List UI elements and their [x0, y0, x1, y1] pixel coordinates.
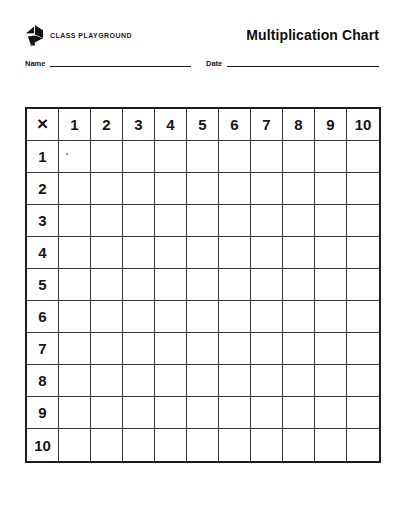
product-cell-6x3[interactable]	[123, 301, 155, 333]
product-cell-4x7[interactable]	[251, 237, 283, 269]
product-cell-8x9[interactable]	[315, 365, 347, 397]
product-cell-9x9[interactable]	[315, 397, 347, 429]
product-cell-1x1[interactable]	[59, 141, 91, 173]
row-header-2: 2	[27, 173, 59, 205]
product-cell-5x10[interactable]	[347, 269, 379, 301]
product-cell-1x9[interactable]	[315, 141, 347, 173]
product-cell-9x1[interactable]	[59, 397, 91, 429]
product-cell-8x5[interactable]	[187, 365, 219, 397]
product-cell-5x9[interactable]	[315, 269, 347, 301]
product-cell-2x4[interactable]	[155, 173, 187, 205]
row-header-5: 5	[27, 269, 59, 301]
worksheet-page: CLASS PLAYGROUND Multiplication Chart Na…	[0, 0, 400, 463]
row-header-8: 8	[27, 365, 59, 397]
grid-operator-cell: ×	[27, 109, 59, 141]
product-cell-10x4[interactable]	[155, 429, 187, 461]
column-header-3: 3	[123, 109, 155, 141]
product-cell-2x1[interactable]	[59, 173, 91, 205]
product-cell-7x9[interactable]	[315, 333, 347, 365]
brand-name: CLASS PLAYGROUND	[50, 32, 132, 39]
product-cell-5x2[interactable]	[91, 269, 123, 301]
product-cell-1x3[interactable]	[123, 141, 155, 173]
column-header-5: 5	[187, 109, 219, 141]
product-cell-1x5[interactable]	[187, 141, 219, 173]
product-cell-10x7[interactable]	[251, 429, 283, 461]
column-header-6: 6	[219, 109, 251, 141]
product-cell-5x6[interactable]	[219, 269, 251, 301]
product-cell-3x9[interactable]	[315, 205, 347, 237]
date-field: Date	[206, 57, 379, 67]
product-cell-6x5[interactable]	[187, 301, 219, 333]
product-cell-2x3[interactable]	[123, 173, 155, 205]
product-cell-1x10[interactable]	[347, 141, 379, 173]
row-header-3: 3	[27, 205, 59, 237]
date-input-line[interactable]	[227, 57, 379, 67]
product-cell-3x3[interactable]	[123, 205, 155, 237]
product-cell-8x7[interactable]	[251, 365, 283, 397]
product-cell-10x6[interactable]	[219, 429, 251, 461]
product-cell-10x5[interactable]	[187, 429, 219, 461]
product-cell-8x8[interactable]	[283, 365, 315, 397]
product-cell-3x4[interactable]	[155, 205, 187, 237]
product-cell-10x1[interactable]	[59, 429, 91, 461]
row-header-9: 9	[27, 397, 59, 429]
product-cell-2x9[interactable]	[315, 173, 347, 205]
name-label: Name	[25, 60, 45, 68]
product-cell-9x7[interactable]	[251, 397, 283, 429]
product-cell-4x2[interactable]	[91, 237, 123, 269]
product-cell-5x3[interactable]	[123, 269, 155, 301]
product-cell-4x1[interactable]	[59, 237, 91, 269]
name-field: Name	[25, 57, 191, 67]
product-cell-6x2[interactable]	[91, 301, 123, 333]
row-header-1: 1	[27, 141, 59, 173]
product-cell-2x6[interactable]	[219, 173, 251, 205]
column-header-9: 9	[315, 109, 347, 141]
column-header-4: 4	[155, 109, 187, 141]
product-cell-1x8[interactable]	[283, 141, 315, 173]
product-cell-5x8[interactable]	[283, 269, 315, 301]
stray-pencil-dot	[66, 153, 68, 155]
product-cell-8x10[interactable]	[347, 365, 379, 397]
product-cell-6x10[interactable]	[347, 301, 379, 333]
product-cell-9x8[interactable]	[283, 397, 315, 429]
product-cell-4x4[interactable]	[155, 237, 187, 269]
product-cell-3x2[interactable]	[91, 205, 123, 237]
product-cell-1x6[interactable]	[219, 141, 251, 173]
product-cell-1x7[interactable]	[251, 141, 283, 173]
row-header-6: 6	[27, 301, 59, 333]
product-cell-4x3[interactable]	[123, 237, 155, 269]
product-cell-7x10[interactable]	[347, 333, 379, 365]
brand-logo: CLASS PLAYGROUND	[25, 25, 132, 46]
product-cell-8x4[interactable]	[155, 365, 187, 397]
product-cell-2x5[interactable]	[187, 173, 219, 205]
product-cell-4x5[interactable]	[187, 237, 219, 269]
column-header-7: 7	[251, 109, 283, 141]
product-cell-5x4[interactable]	[155, 269, 187, 301]
product-cell-10x3[interactable]	[123, 429, 155, 461]
product-cell-3x5[interactable]	[187, 205, 219, 237]
column-header-8: 8	[283, 109, 315, 141]
product-cell-7x8[interactable]	[283, 333, 315, 365]
column-header-2: 2	[91, 109, 123, 141]
product-cell-6x7[interactable]	[251, 301, 283, 333]
product-cell-7x5[interactable]	[187, 333, 219, 365]
product-cell-9x3[interactable]	[123, 397, 155, 429]
product-cell-10x9[interactable]	[315, 429, 347, 461]
product-cell-9x10[interactable]	[347, 397, 379, 429]
product-cell-3x1[interactable]	[59, 205, 91, 237]
product-cell-4x6[interactable]	[219, 237, 251, 269]
product-cell-10x10[interactable]	[347, 429, 379, 461]
name-input-line[interactable]	[50, 57, 191, 67]
product-cell-2x10[interactable]	[347, 173, 379, 205]
product-cell-1x2[interactable]	[91, 141, 123, 173]
product-cell-3x6[interactable]	[219, 205, 251, 237]
name-date-row: Name Date	[25, 55, 379, 67]
date-label: Date	[206, 60, 222, 68]
product-cell-8x1[interactable]	[59, 365, 91, 397]
product-cell-8x2[interactable]	[91, 365, 123, 397]
product-cell-4x9[interactable]	[315, 237, 347, 269]
product-cell-3x7[interactable]	[251, 205, 283, 237]
row-header-4: 4	[27, 237, 59, 269]
product-cell-8x3[interactable]	[123, 365, 155, 397]
column-header-10: 10	[347, 109, 379, 141]
product-cell-2x2[interactable]	[91, 173, 123, 205]
product-cell-10x8[interactable]	[283, 429, 315, 461]
product-cell-8x6[interactable]	[219, 365, 251, 397]
product-cell-5x5[interactable]	[187, 269, 219, 301]
product-cell-9x2[interactable]	[91, 397, 123, 429]
product-cell-7x1[interactable]	[59, 333, 91, 365]
product-cell-7x4[interactable]	[155, 333, 187, 365]
product-cell-6x1[interactable]	[59, 301, 91, 333]
product-cell-5x7[interactable]	[251, 269, 283, 301]
product-cell-6x6[interactable]	[219, 301, 251, 333]
page-title: Multiplication Chart	[246, 27, 379, 43]
class-playground-logo-icon	[25, 25, 44, 46]
column-header-1: 1	[59, 109, 91, 141]
product-cell-10x2[interactable]	[91, 429, 123, 461]
row-header-7: 7	[27, 333, 59, 365]
product-cell-9x4[interactable]	[155, 397, 187, 429]
product-cell-9x6[interactable]	[219, 397, 251, 429]
product-cell-9x5[interactable]	[187, 397, 219, 429]
product-cell-3x10[interactable]	[347, 205, 379, 237]
product-cell-7x7[interactable]	[251, 333, 283, 365]
product-cell-3x8[interactable]	[283, 205, 315, 237]
multiplication-grid: ×1234567891012345678910	[25, 107, 381, 463]
header: CLASS PLAYGROUND Multiplication Chart	[25, 24, 379, 46]
product-cell-6x8[interactable]	[283, 301, 315, 333]
product-cell-1x4[interactable]	[155, 141, 187, 173]
product-cell-6x4[interactable]	[155, 301, 187, 333]
product-cell-2x8[interactable]	[283, 173, 315, 205]
product-cell-7x2[interactable]	[91, 333, 123, 365]
product-cell-2x7[interactable]	[251, 173, 283, 205]
product-cell-4x10[interactable]	[347, 237, 379, 269]
product-cell-5x1[interactable]	[59, 269, 91, 301]
product-cell-6x9[interactable]	[315, 301, 347, 333]
product-cell-7x3[interactable]	[123, 333, 155, 365]
product-cell-7x6[interactable]	[219, 333, 251, 365]
product-cell-4x8[interactable]	[283, 237, 315, 269]
row-header-10: 10	[27, 429, 59, 461]
